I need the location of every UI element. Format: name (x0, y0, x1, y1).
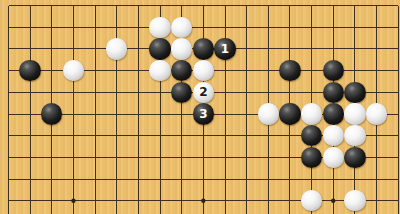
move-number: 1 (221, 43, 229, 55)
stone-white (301, 103, 322, 124)
stone-black: 1 (214, 38, 235, 59)
stone-black (193, 38, 214, 59)
stone-black (344, 82, 365, 103)
star-point (201, 199, 205, 203)
stone-black (149, 38, 170, 59)
stone-black (344, 147, 365, 168)
stone-white (149, 60, 170, 81)
stone-white (344, 103, 365, 124)
star-point (71, 199, 75, 203)
star-point (331, 199, 335, 203)
stone-white (106, 38, 127, 59)
stone-black (19, 60, 40, 81)
stone-black (279, 60, 300, 81)
stone-white: 2 (193, 82, 214, 103)
stone-black (41, 103, 62, 124)
stone-black (323, 60, 344, 81)
stone-black: 3 (193, 103, 214, 124)
stone-white (344, 190, 365, 211)
go-diagram: 123 (0, 0, 400, 214)
stone-black (279, 103, 300, 124)
move-number: 3 (199, 108, 207, 120)
stone-white (258, 103, 279, 124)
stone-white (323, 147, 344, 168)
go-board[interactable]: 123 (0, 0, 400, 214)
stone-black (323, 82, 344, 103)
stone-white (366, 103, 387, 124)
stone-white (149, 17, 170, 38)
stone-white (344, 125, 365, 146)
stone-white (171, 38, 192, 59)
stone-black (323, 103, 344, 124)
move-number: 2 (199, 86, 207, 98)
